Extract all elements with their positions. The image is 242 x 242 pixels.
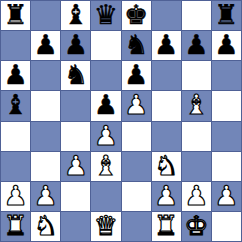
piece-white-knight[interactable]: ♞	[154, 152, 178, 179]
piece-white-rook[interactable]: ♜	[154, 212, 178, 239]
square-h5[interactable]	[212, 91, 241, 120]
square-b4[interactable]	[31, 122, 60, 151]
square-g2[interactable]: ♟	[182, 182, 211, 211]
piece-black-pawn[interactable]: ♟	[3, 61, 27, 88]
square-b8[interactable]	[31, 1, 60, 30]
square-h3[interactable]	[212, 152, 241, 181]
square-f2[interactable]: ♟	[152, 182, 181, 211]
square-d3[interactable]: ♝	[91, 152, 120, 181]
square-a4[interactable]	[1, 122, 30, 151]
square-f1[interactable]: ♜	[152, 212, 181, 241]
piece-white-pawn[interactable]: ♟	[154, 182, 178, 209]
piece-black-pawn[interactable]: ♟	[34, 31, 58, 58]
square-b7[interactable]: ♟	[31, 31, 60, 60]
piece-white-pawn[interactable]: ♟	[124, 91, 148, 118]
square-c6[interactable]: ♞	[61, 61, 90, 90]
square-a7[interactable]	[1, 31, 30, 60]
square-c2[interactable]	[61, 182, 90, 211]
piece-black-queen[interactable]: ♛	[94, 1, 118, 28]
piece-black-pawn[interactable]: ♟	[154, 31, 178, 58]
square-d4[interactable]: ♟	[91, 122, 120, 151]
square-a1[interactable]: ♜	[1, 212, 30, 241]
piece-white-bishop[interactable]: ♝	[184, 91, 208, 118]
square-d2[interactable]	[91, 182, 120, 211]
square-d7[interactable]	[91, 31, 120, 60]
piece-white-pawn[interactable]: ♟	[94, 122, 118, 149]
piece-white-rook[interactable]: ♜	[3, 212, 27, 239]
piece-black-pawn[interactable]: ♟	[94, 91, 118, 118]
square-a8[interactable]: ♜	[1, 1, 30, 30]
square-h7[interactable]: ♟	[212, 31, 241, 60]
square-f7[interactable]: ♟	[152, 31, 181, 60]
square-c3[interactable]: ♟	[61, 152, 90, 181]
square-e6[interactable]: ♟	[122, 61, 151, 90]
piece-white-pawn[interactable]: ♟	[3, 182, 27, 209]
piece-white-pawn[interactable]: ♟	[64, 152, 88, 179]
piece-black-rook[interactable]: ♜	[3, 1, 27, 28]
square-b6[interactable]	[31, 61, 60, 90]
square-h6[interactable]	[212, 61, 241, 90]
square-b3[interactable]	[31, 152, 60, 181]
piece-white-queen[interactable]: ♛	[94, 212, 118, 239]
square-e8[interactable]: ♚	[122, 1, 151, 30]
piece-black-king[interactable]: ♚	[124, 1, 148, 28]
square-d5[interactable]: ♟	[91, 91, 120, 120]
piece-black-pawn[interactable]: ♟	[64, 31, 88, 58]
square-f6[interactable]	[152, 61, 181, 90]
square-b1[interactable]: ♞	[31, 212, 60, 241]
piece-black-pawn[interactable]: ♟	[214, 31, 238, 58]
square-g1[interactable]: ♚	[182, 212, 211, 241]
square-d1[interactable]: ♛	[91, 212, 120, 241]
piece-white-knight[interactable]: ♞	[34, 212, 58, 239]
square-g7[interactable]: ♟	[182, 31, 211, 60]
piece-black-pawn[interactable]: ♟	[184, 31, 208, 58]
square-g4[interactable]	[182, 122, 211, 151]
piece-black-pawn[interactable]: ♟	[124, 61, 148, 88]
square-f8[interactable]	[152, 1, 181, 30]
piece-white-pawn[interactable]: ♟	[34, 182, 58, 209]
square-a6[interactable]: ♟	[1, 61, 30, 90]
square-f5[interactable]	[152, 91, 181, 120]
square-b5[interactable]	[31, 91, 60, 120]
piece-white-pawn[interactable]: ♟	[184, 182, 208, 209]
square-e1[interactable]	[122, 212, 151, 241]
piece-white-bishop[interactable]: ♝	[94, 152, 118, 179]
square-h8[interactable]: ♜	[212, 1, 241, 30]
piece-black-rook[interactable]: ♜	[214, 1, 238, 28]
square-g5[interactable]: ♝	[182, 91, 211, 120]
square-f4[interactable]	[152, 122, 181, 151]
square-h4[interactable]	[212, 122, 241, 151]
square-e3[interactable]	[122, 152, 151, 181]
chess-board: ♜♝♛♚♜♟♟♞♟♟♟♟♞♟♝♟♟♝♟♟♝♞♟♟♟♟♟♜♞♛♜♚	[0, 0, 242, 242]
piece-black-knight[interactable]: ♞	[124, 31, 148, 58]
square-d8[interactable]: ♛	[91, 1, 120, 30]
square-g6[interactable]	[182, 61, 211, 90]
piece-black-bishop[interactable]: ♝	[3, 91, 27, 118]
square-c5[interactable]	[61, 91, 90, 120]
piece-white-king[interactable]: ♚	[184, 212, 208, 239]
square-d6[interactable]	[91, 61, 120, 90]
square-e2[interactable]	[122, 182, 151, 211]
square-c8[interactable]: ♝	[61, 1, 90, 30]
square-g3[interactable]	[182, 152, 211, 181]
square-a3[interactable]	[1, 152, 30, 181]
square-c1[interactable]	[61, 212, 90, 241]
square-g8[interactable]	[182, 1, 211, 30]
piece-white-pawn[interactable]: ♟	[214, 182, 238, 209]
square-f3[interactable]: ♞	[152, 152, 181, 181]
square-e7[interactable]: ♞	[122, 31, 151, 60]
square-h2[interactable]: ♟	[212, 182, 241, 211]
piece-black-bishop[interactable]: ♝	[64, 1, 88, 28]
square-c4[interactable]	[61, 122, 90, 151]
square-e4[interactable]	[122, 122, 151, 151]
square-e5[interactable]: ♟	[122, 91, 151, 120]
square-a2[interactable]: ♟	[1, 182, 30, 211]
square-h1[interactable]	[212, 212, 241, 241]
piece-black-knight[interactable]: ♞	[64, 61, 88, 88]
square-b2[interactable]: ♟	[31, 182, 60, 211]
square-c7[interactable]: ♟	[61, 31, 90, 60]
square-a5[interactable]: ♝	[1, 91, 30, 120]
